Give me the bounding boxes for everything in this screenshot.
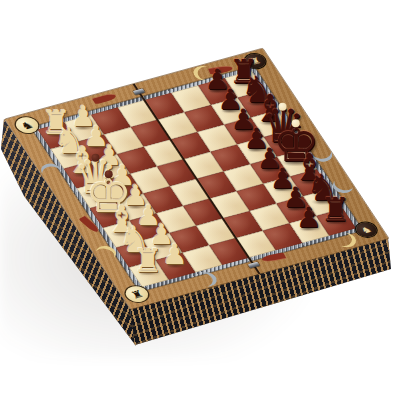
- chess-set-photo: ♞♜♞♜ ♜♟♞♟♝♟♟♜♛♟♟♞♚♟♟♝♝♟♟♛♞♟♟♚♜♟♟♝♟♞♟♜: [0, 0, 400, 400]
- piece-black-pawn[interactable]: ♟: [296, 205, 321, 233]
- crescent-inlay: [335, 233, 357, 247]
- piece-white-rook[interactable]: ♜: [133, 244, 163, 277]
- piece-black-rook[interactable]: ♜: [320, 193, 350, 226]
- finial-ball: [92, 154, 100, 162]
- finial-ball: [279, 103, 287, 111]
- finial-ball: [292, 119, 300, 127]
- piece-white-pawn[interactable]: ♟: [162, 241, 187, 269]
- hinge-top: [133, 88, 145, 95]
- finial-ball: [105, 170, 113, 178]
- hinge-bottom: [248, 262, 260, 269]
